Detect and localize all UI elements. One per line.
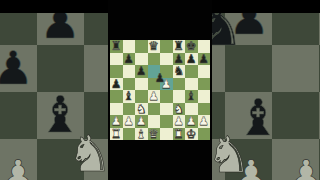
square-b4[interactable]: ♝	[123, 90, 136, 103]
piece-white-pawn-a2[interactable]: ♟	[111, 115, 122, 127]
square-b2[interactable]: ♟	[123, 115, 136, 128]
square-h2[interactable]: ♟	[198, 115, 211, 128]
background-white-pawn-icon: ♟	[232, 155, 270, 180]
piece-white-bishop-c1[interactable]: ♝	[136, 128, 147, 140]
piece-black-king-g8[interactable]: ♚	[186, 40, 197, 52]
square-b6[interactable]	[123, 65, 136, 78]
piece-white-pawn-g2[interactable]: ♟	[186, 115, 197, 127]
square-g6[interactable]	[185, 65, 198, 78]
square-c5[interactable]	[135, 78, 148, 91]
square-h6[interactable]	[198, 65, 211, 78]
square-a5[interactable]: ♟	[110, 78, 123, 91]
square-a1[interactable]: ♜	[110, 128, 123, 141]
piece-white-pawn-h2[interactable]: ♟	[198, 115, 209, 127]
square-g5[interactable]	[185, 78, 198, 91]
square-h3[interactable]	[198, 103, 211, 116]
square-f8[interactable]: ♜	[173, 40, 186, 53]
piece-white-pawn-b2[interactable]: ♟	[123, 115, 134, 127]
piece-black-pawn-b7[interactable]: ♟	[123, 53, 134, 65]
square-e2[interactable]	[160, 115, 173, 128]
square-b3[interactable]	[123, 103, 136, 116]
background-square	[0, 92, 37, 139]
square-h7[interactable]: ♟	[198, 53, 211, 66]
piece-black-pawn-f7[interactable]: ♟	[173, 53, 184, 65]
square-c6[interactable]: ♟	[135, 65, 148, 78]
square-b5[interactable]	[123, 78, 136, 91]
piece-white-rook-a1[interactable]: ♜	[111, 128, 122, 140]
square-f4[interactable]	[173, 90, 186, 103]
square-e7[interactable]	[160, 53, 173, 66]
piece-white-pawn-d4[interactable]: ♟	[148, 90, 159, 102]
piece-black-knight-f6[interactable]: ♞	[173, 65, 184, 77]
square-a8[interactable]: ♜	[110, 40, 123, 53]
square-e4[interactable]	[160, 90, 173, 103]
square-a7[interactable]	[110, 53, 123, 66]
background-square	[37, 45, 84, 92]
piece-black-pawn-g7[interactable]: ♟	[186, 53, 197, 65]
square-e1[interactable]	[160, 128, 173, 141]
piece-black-pawn-a5[interactable]: ♟	[111, 78, 122, 90]
square-h1[interactable]	[198, 128, 211, 141]
square-c4[interactable]	[135, 90, 148, 103]
square-a6[interactable]	[110, 65, 123, 78]
square-c7[interactable]	[135, 53, 148, 66]
piece-white-pawn-f2[interactable]: ♟	[173, 115, 184, 127]
square-b7[interactable]: ♟	[123, 53, 136, 66]
square-g8[interactable]: ♚	[185, 40, 198, 53]
piece-black-bishop-b4[interactable]: ♝	[123, 90, 134, 102]
background-white-pawn-icon: ♟	[0, 155, 37, 180]
square-g7[interactable]: ♟	[185, 53, 198, 66]
moving-piece-black-pawn[interactable]: ♟	[155, 72, 166, 84]
video-frame: ♟♟♝♞♟♞♟♝♞♟♟ ♜♛♜♚♟♟♟♟♟♞♟♟♝♟♝♞♞♟♟♟♟♟♟♜♝♛♜♚…	[0, 0, 320, 180]
square-e8[interactable]	[160, 40, 173, 53]
square-c1[interactable]: ♝	[135, 128, 148, 141]
square-h5[interactable]	[198, 78, 211, 91]
square-h8[interactable]	[198, 40, 211, 53]
square-b1[interactable]	[123, 128, 136, 141]
square-f6[interactable]: ♞	[173, 65, 186, 78]
square-f3[interactable]: ♞	[173, 103, 186, 116]
piece-black-pawn-c6[interactable]: ♟	[136, 65, 147, 77]
piece-white-knight-c3[interactable]: ♞	[136, 103, 147, 115]
square-g1[interactable]: ♚	[185, 128, 198, 141]
square-c3[interactable]: ♞	[135, 103, 148, 116]
square-d3[interactable]	[148, 103, 161, 116]
square-g3[interactable]	[185, 103, 198, 116]
piece-white-rook-f1[interactable]: ♜	[173, 128, 184, 140]
background-square	[272, 45, 319, 92]
background-white-knight-icon: ♞	[68, 129, 113, 179]
piece-black-rook-f8[interactable]: ♜	[173, 40, 184, 52]
square-f2[interactable]: ♟	[173, 115, 186, 128]
piece-black-queen-d8[interactable]: ♛	[148, 40, 159, 52]
square-h4[interactable]	[198, 90, 211, 103]
piece-white-pawn-c2[interactable]: ♟	[136, 115, 147, 127]
piece-black-pawn-h7[interactable]: ♟	[198, 53, 209, 65]
piece-black-bishop-g4[interactable]: ♝	[186, 90, 197, 102]
square-b8[interactable]	[123, 40, 136, 53]
square-d2[interactable]	[148, 115, 161, 128]
square-e3[interactable]	[160, 103, 173, 116]
chess-board: ♜♛♜♚♟♟♟♟♟♞♟♟♝♟♝♞♞♟♟♟♟♟♟♜♝♛♜♚♟	[110, 40, 210, 140]
square-a3[interactable]	[110, 103, 123, 116]
piece-black-rook-a8[interactable]: ♜	[111, 40, 122, 52]
square-f5[interactable]	[173, 78, 186, 91]
piece-white-king-g1[interactable]: ♚	[186, 128, 197, 140]
square-c2[interactable]: ♟	[135, 115, 148, 128]
piece-white-queen-d1[interactable]: ♛	[148, 128, 159, 140]
square-c8[interactable]	[135, 40, 148, 53]
square-a2[interactable]: ♟	[110, 115, 123, 128]
square-d8[interactable]: ♛	[148, 40, 161, 53]
square-d4[interactable]: ♟	[148, 90, 161, 103]
square-a4[interactable]	[110, 90, 123, 103]
background-white-pawn-icon: ♟	[287, 155, 320, 180]
background-black-pawn-icon: ♟	[0, 45, 34, 91]
square-g4[interactable]: ♝	[185, 90, 198, 103]
square-g2[interactable]: ♟	[185, 115, 198, 128]
square-f1[interactable]: ♜	[173, 128, 186, 141]
square-f7[interactable]: ♟	[173, 53, 186, 66]
piece-white-knight-f3[interactable]: ♞	[173, 103, 184, 115]
square-d1[interactable]: ♛	[148, 128, 161, 141]
square-d7[interactable]	[148, 53, 161, 66]
